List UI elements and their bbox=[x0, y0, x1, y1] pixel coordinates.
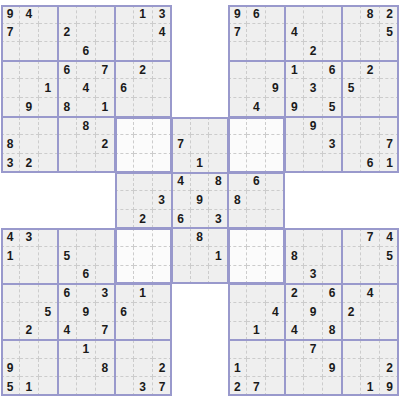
empty-cell-r12c11[interactable] bbox=[209, 228, 228, 247]
empty-cell-r6c12[interactable] bbox=[228, 117, 247, 136]
empty-cell-r8c16[interactable] bbox=[304, 154, 323, 173]
empty-cell-r3c16[interactable] bbox=[304, 61, 323, 80]
empty-cell-r18c14[interactable] bbox=[266, 340, 285, 359]
empty-cell-r1c1[interactable] bbox=[20, 24, 39, 43]
empty-cell-r13c9[interactable] bbox=[172, 247, 191, 266]
empty-cell-r15c1[interactable] bbox=[20, 284, 39, 303]
empty-cell-r8c6[interactable] bbox=[115, 154, 134, 173]
empty-cell-r17c0[interactable] bbox=[1, 322, 20, 341]
empty-cell-r19c7[interactable] bbox=[134, 359, 153, 378]
given-cell-r8c20: 1 bbox=[380, 154, 399, 173]
empty-cell-r17c19[interactable] bbox=[361, 322, 380, 341]
empty-cell-r19c3[interactable] bbox=[58, 359, 77, 378]
empty-cell-r2c18[interactable] bbox=[342, 42, 361, 61]
empty-cell-r7c7[interactable] bbox=[134, 135, 153, 154]
empty-cell-r14c1[interactable] bbox=[20, 266, 39, 285]
empty-cell-r2c6[interactable] bbox=[115, 42, 134, 61]
empty-cell-r6c13[interactable] bbox=[247, 117, 266, 136]
empty-cell-r14c18[interactable] bbox=[342, 266, 361, 285]
empty-cell-r11c10[interactable] bbox=[191, 210, 210, 229]
empty-cell-r5c14[interactable] bbox=[266, 98, 285, 117]
given-cell-r12c20: 4 bbox=[380, 228, 399, 247]
empty-cell-r3c13[interactable] bbox=[247, 61, 266, 80]
empty-cell-r12c13[interactable] bbox=[247, 228, 266, 247]
empty-cell-r4c3[interactable] bbox=[58, 79, 77, 98]
empty-cell-r9c14[interactable] bbox=[266, 173, 285, 192]
empty-cell-r13c4[interactable] bbox=[77, 247, 96, 266]
empty-cell-r18c19[interactable] bbox=[361, 340, 380, 359]
empty-cell-r7c19[interactable] bbox=[361, 135, 380, 154]
empty-cell-r3c6[interactable] bbox=[115, 61, 134, 80]
empty-cell-r12c7[interactable] bbox=[134, 228, 153, 247]
empty-cell-r9c7[interactable] bbox=[134, 173, 153, 192]
empty-cell-r3c0[interactable] bbox=[1, 61, 20, 80]
empty-cell-r1c16[interactable] bbox=[304, 24, 323, 43]
empty-cell-r4c19[interactable] bbox=[361, 79, 380, 98]
empty-cell-r17c20[interactable] bbox=[380, 322, 399, 341]
empty-cell-r5c4[interactable] bbox=[77, 98, 96, 117]
empty-cell-r11c6[interactable] bbox=[115, 210, 134, 229]
empty-cell-r18c8[interactable] bbox=[153, 340, 172, 359]
empty-cell-r0c3[interactable] bbox=[58, 5, 77, 24]
empty-cell-r4c0[interactable] bbox=[1, 79, 20, 98]
empty-cell-r14c5[interactable] bbox=[96, 266, 115, 285]
empty-cell-r17c4[interactable] bbox=[77, 322, 96, 341]
empty-space bbox=[77, 173, 96, 192]
empty-cell-r5c19[interactable] bbox=[361, 98, 380, 117]
empty-cell-r13c7[interactable] bbox=[134, 247, 153, 266]
empty-cell-r4c20[interactable] bbox=[380, 79, 399, 98]
empty-cell-r9c10[interactable] bbox=[191, 173, 210, 192]
empty-cell-r15c18[interactable] bbox=[342, 284, 361, 303]
empty-cell-r20c4[interactable] bbox=[77, 377, 96, 396]
empty-cell-r5c20[interactable] bbox=[380, 98, 399, 117]
empty-cell-r12c2[interactable] bbox=[39, 228, 58, 247]
empty-cell-r14c6[interactable] bbox=[115, 266, 134, 285]
empty-cell-r0c17[interactable] bbox=[323, 5, 342, 24]
empty-cell-r12c16[interactable] bbox=[304, 228, 323, 247]
empty-cell-r6c15[interactable] bbox=[285, 117, 304, 136]
empty-cell-r18c0[interactable] bbox=[1, 340, 20, 359]
empty-cell-r13c6[interactable] bbox=[115, 247, 134, 266]
empty-cell-r0c15[interactable] bbox=[285, 5, 304, 24]
empty-cell-r12c17[interactable] bbox=[323, 228, 342, 247]
empty-cell-r16c3[interactable] bbox=[58, 303, 77, 322]
given-cell-r16c2: 5 bbox=[39, 303, 58, 322]
empty-cell-r18c3[interactable] bbox=[58, 340, 77, 359]
empty-cell-r10c13[interactable] bbox=[247, 191, 266, 210]
empty-cell-r18c2[interactable] bbox=[39, 340, 58, 359]
empty-cell-r6c18[interactable] bbox=[342, 117, 361, 136]
empty-cell-r6c19[interactable] bbox=[361, 117, 380, 136]
empty-cell-r2c1[interactable] bbox=[20, 42, 39, 61]
empty-cell-r20c17[interactable] bbox=[323, 377, 342, 396]
empty-cell-r14c3[interactable] bbox=[58, 266, 77, 285]
empty-cell-r15c12[interactable] bbox=[228, 284, 247, 303]
empty-cell-r8c18[interactable] bbox=[342, 154, 361, 173]
empty-cell-r14c20[interactable] bbox=[380, 266, 399, 285]
empty-cell-r4c7[interactable] bbox=[134, 79, 153, 98]
empty-cell-r14c12[interactable] bbox=[228, 266, 247, 285]
empty-cell-r12c3[interactable] bbox=[58, 228, 77, 247]
empty-cell-r13c5[interactable] bbox=[96, 247, 115, 266]
empty-cell-r13c10[interactable] bbox=[191, 247, 210, 266]
empty-cell-r13c14[interactable] bbox=[266, 247, 285, 266]
empty-cell-r8c7[interactable] bbox=[134, 154, 153, 173]
empty-cell-r16c1[interactable] bbox=[20, 303, 39, 322]
empty-cell-r20c15[interactable] bbox=[285, 377, 304, 396]
empty-cell-r10c14[interactable] bbox=[266, 191, 285, 210]
empty-cell-r17c16[interactable] bbox=[304, 322, 323, 341]
empty-cell-r2c20[interactable] bbox=[380, 42, 399, 61]
empty-cell-r1c7[interactable] bbox=[134, 24, 153, 43]
empty-cell-r10c7[interactable] bbox=[134, 191, 153, 210]
empty-cell-r15c6[interactable] bbox=[115, 284, 134, 303]
empty-cell-r7c6[interactable] bbox=[115, 135, 134, 154]
empty-cell-r3c4[interactable] bbox=[77, 61, 96, 80]
given-cell-r8c19: 6 bbox=[361, 154, 380, 173]
empty-cell-r8c11[interactable] bbox=[209, 154, 228, 173]
given-cell-r0c12: 9 bbox=[228, 5, 247, 24]
empty-cell-r17c7[interactable] bbox=[134, 322, 153, 341]
empty-cell-r8c5[interactable] bbox=[96, 154, 115, 173]
empty-cell-r16c0[interactable] bbox=[1, 303, 20, 322]
empty-cell-r16c12[interactable] bbox=[228, 303, 247, 322]
empty-cell-r6c6[interactable] bbox=[115, 117, 134, 136]
empty-cell-r18c7[interactable] bbox=[134, 340, 153, 359]
empty-cell-r0c16[interactable] bbox=[304, 5, 323, 24]
empty-cell-r17c2[interactable] bbox=[39, 322, 58, 341]
empty-cell-r13c16[interactable] bbox=[304, 247, 323, 266]
given-cell-r17c1: 2 bbox=[20, 322, 39, 341]
empty-space bbox=[380, 173, 399, 192]
empty-cell-r19c6[interactable] bbox=[115, 359, 134, 378]
empty-cell-r12c4[interactable] bbox=[77, 228, 96, 247]
empty-cell-r3c20[interactable] bbox=[380, 61, 399, 80]
empty-cell-r20c18[interactable] bbox=[342, 377, 361, 396]
empty-cell-r16c5[interactable] bbox=[96, 303, 115, 322]
empty-cell-r14c19[interactable] bbox=[361, 266, 380, 285]
empty-cell-r1c17[interactable] bbox=[323, 24, 342, 43]
empty-cell-r13c8[interactable] bbox=[153, 247, 172, 266]
empty-cell-r13c2[interactable] bbox=[39, 247, 58, 266]
given-cell-r7c9: 7 bbox=[172, 135, 191, 154]
empty-cell-r2c12[interactable] bbox=[228, 42, 247, 61]
empty-cell-r18c18[interactable] bbox=[342, 340, 361, 359]
empty-space bbox=[39, 173, 58, 192]
empty-cell-r6c8[interactable] bbox=[153, 117, 172, 136]
empty-space bbox=[96, 191, 115, 210]
empty-cell-r11c12[interactable] bbox=[228, 210, 247, 229]
empty-cell-r19c13[interactable] bbox=[247, 359, 266, 378]
empty-cell-r16c15[interactable] bbox=[285, 303, 304, 322]
empty-cell-r6c2[interactable] bbox=[39, 117, 58, 136]
empty-cell-r0c14[interactable] bbox=[266, 5, 285, 24]
empty-cell-r15c4[interactable] bbox=[77, 284, 96, 303]
empty-cell-r3c12[interactable] bbox=[228, 61, 247, 80]
empty-cell-r1c19[interactable] bbox=[361, 24, 380, 43]
empty-cell-r2c15[interactable] bbox=[285, 42, 304, 61]
empty-cell-r14c13[interactable] bbox=[247, 266, 266, 285]
empty-cell-r4c15[interactable] bbox=[285, 79, 304, 98]
empty-cell-r12c6[interactable] bbox=[115, 228, 134, 247]
given-cell-r19c0: 9 bbox=[1, 359, 20, 378]
empty-cell-r7c18[interactable] bbox=[342, 135, 361, 154]
empty-cell-r18c15[interactable] bbox=[285, 340, 304, 359]
empty-cell-r16c13[interactable] bbox=[247, 303, 266, 322]
empty-cell-r5c7[interactable] bbox=[134, 98, 153, 117]
empty-cell-r15c8[interactable] bbox=[153, 284, 172, 303]
empty-cell-r16c7[interactable] bbox=[134, 303, 153, 322]
empty-cell-r4c13[interactable] bbox=[247, 79, 266, 98]
empty-cell-r20c5[interactable] bbox=[96, 377, 115, 396]
empty-cell-r5c6[interactable] bbox=[115, 98, 134, 117]
empty-space bbox=[209, 42, 228, 61]
empty-cell-r6c3[interactable] bbox=[58, 117, 77, 136]
empty-cell-r13c13[interactable] bbox=[247, 247, 266, 266]
empty-cell-r7c8[interactable] bbox=[153, 135, 172, 154]
empty-cell-r7c16[interactable] bbox=[304, 135, 323, 154]
empty-cell-r19c15[interactable] bbox=[285, 359, 304, 378]
empty-cell-r8c13[interactable] bbox=[247, 154, 266, 173]
empty-cell-r6c5[interactable] bbox=[96, 117, 115, 136]
empty-cell-r3c8[interactable] bbox=[153, 61, 172, 80]
empty-cell-r12c5[interactable] bbox=[96, 228, 115, 247]
empty-cell-r15c20[interactable] bbox=[380, 284, 399, 303]
empty-cell-r14c8[interactable] bbox=[153, 266, 172, 285]
empty-cell-r2c5[interactable] bbox=[96, 42, 115, 61]
empty-cell-r19c2[interactable] bbox=[39, 359, 58, 378]
empty-cell-r20c2[interactable] bbox=[39, 377, 58, 396]
empty-cell-r14c10[interactable] bbox=[191, 266, 210, 285]
given-cell-r20c7: 3 bbox=[134, 377, 153, 396]
empty-cell-r12c18[interactable] bbox=[342, 228, 361, 247]
empty-cell-r0c2[interactable] bbox=[39, 5, 58, 24]
given-cell-r15c17: 6 bbox=[323, 284, 342, 303]
empty-cell-r4c17[interactable] bbox=[323, 79, 342, 98]
empty-cell-r7c11[interactable] bbox=[209, 135, 228, 154]
empty-cell-r2c2[interactable] bbox=[39, 42, 58, 61]
empty-cell-r2c8[interactable] bbox=[153, 42, 172, 61]
empty-space bbox=[191, 303, 210, 322]
empty-cell-r19c19[interactable] bbox=[361, 359, 380, 378]
given-cell-r1c0: 7 bbox=[1, 24, 20, 43]
empty-space bbox=[172, 61, 191, 80]
empty-cell-r2c13[interactable] bbox=[247, 42, 266, 61]
empty-cell-r0c5[interactable] bbox=[96, 5, 115, 24]
given-cell-r20c1: 1 bbox=[20, 377, 39, 396]
empty-cell-r18c20[interactable] bbox=[380, 340, 399, 359]
empty-cell-r18c17[interactable] bbox=[323, 340, 342, 359]
empty-cell-r0c6[interactable] bbox=[115, 5, 134, 24]
empty-cell-r0c4[interactable] bbox=[77, 5, 96, 24]
empty-cell-r20c14[interactable] bbox=[266, 377, 285, 396]
empty-cell-r1c4[interactable] bbox=[77, 24, 96, 43]
empty-cell-r20c3[interactable] bbox=[58, 377, 77, 396]
empty-cell-r14c14[interactable] bbox=[266, 266, 285, 285]
empty-space bbox=[191, 5, 210, 24]
empty-cell-r12c15[interactable] bbox=[285, 228, 304, 247]
empty-cell-r7c14[interactable] bbox=[266, 135, 285, 154]
empty-cell-r18c1[interactable] bbox=[20, 340, 39, 359]
empty-cell-r18c13[interactable] bbox=[247, 340, 266, 359]
empty-cell-r1c6[interactable] bbox=[115, 24, 134, 43]
empty-cell-r5c12[interactable] bbox=[228, 98, 247, 117]
given-cell-r19c8: 2 bbox=[153, 359, 172, 378]
empty-cell-r15c2[interactable] bbox=[39, 284, 58, 303]
empty-cell-r6c1[interactable] bbox=[20, 117, 39, 136]
empty-cell-r8c9[interactable] bbox=[172, 154, 191, 173]
empty-cell-r19c16[interactable] bbox=[304, 359, 323, 378]
empty-cell-r5c8[interactable] bbox=[153, 98, 172, 117]
empty-cell-r14c15[interactable] bbox=[285, 266, 304, 285]
empty-cell-r7c3[interactable] bbox=[58, 135, 77, 154]
empty-space bbox=[172, 98, 191, 117]
empty-cell-r7c15[interactable] bbox=[285, 135, 304, 154]
empty-cell-r1c14[interactable] bbox=[266, 24, 285, 43]
empty-cell-r14c9[interactable] bbox=[172, 266, 191, 285]
empty-cell-r15c13[interactable] bbox=[247, 284, 266, 303]
empty-cell-r18c6[interactable] bbox=[115, 340, 134, 359]
empty-space bbox=[58, 173, 77, 192]
empty-cell-r8c12[interactable] bbox=[228, 154, 247, 173]
empty-cell-r11c8[interactable] bbox=[153, 210, 172, 229]
empty-cell-r6c11[interactable] bbox=[209, 117, 228, 136]
empty-cell-r8c2[interactable] bbox=[39, 154, 58, 173]
empty-cell-r5c18[interactable] bbox=[342, 98, 361, 117]
empty-cell-r12c12[interactable] bbox=[228, 228, 247, 247]
empty-cell-r16c20[interactable] bbox=[380, 303, 399, 322]
empty-cell-r2c3[interactable] bbox=[58, 42, 77, 61]
empty-cell-r4c5[interactable] bbox=[96, 79, 115, 98]
empty-cell-r3c1[interactable] bbox=[20, 61, 39, 80]
empty-cell-r14c11[interactable] bbox=[209, 266, 228, 285]
empty-cell-r19c1[interactable] bbox=[20, 359, 39, 378]
empty-cell-r6c7[interactable] bbox=[134, 117, 153, 136]
empty-cell-r16c8[interactable] bbox=[153, 303, 172, 322]
empty-cell-r7c4[interactable] bbox=[77, 135, 96, 154]
empty-cell-r17c8[interactable] bbox=[153, 322, 172, 341]
empty-cell-r18c12[interactable] bbox=[228, 340, 247, 359]
empty-cell-r13c19[interactable] bbox=[361, 247, 380, 266]
empty-cell-r3c14[interactable] bbox=[266, 61, 285, 80]
given-cell-r16c4: 9 bbox=[77, 303, 96, 322]
empty-cell-r15c14[interactable] bbox=[266, 284, 285, 303]
empty-cell-r7c13[interactable] bbox=[247, 135, 266, 154]
empty-cell-r4c8[interactable] bbox=[153, 79, 172, 98]
empty-cell-r7c10[interactable] bbox=[191, 135, 210, 154]
empty-cell-r6c0[interactable] bbox=[1, 117, 20, 136]
empty-cell-r16c19[interactable] bbox=[361, 303, 380, 322]
empty-cell-r9c8[interactable] bbox=[153, 173, 172, 192]
empty-cell-r17c18[interactable] bbox=[342, 322, 361, 341]
empty-cell-r1c13[interactable] bbox=[247, 24, 266, 43]
empty-cell-r11c14[interactable] bbox=[266, 210, 285, 229]
empty-cell-r0c18[interactable] bbox=[342, 5, 361, 24]
empty-cell-r6c10[interactable] bbox=[191, 117, 210, 136]
empty-cell-r10c9[interactable] bbox=[172, 191, 191, 210]
empty-space bbox=[172, 5, 191, 24]
empty-cell-r9c6[interactable] bbox=[115, 173, 134, 192]
empty-cell-r4c1[interactable] bbox=[20, 79, 39, 98]
empty-cell-r8c15[interactable] bbox=[285, 154, 304, 173]
empty-cell-r15c16[interactable] bbox=[304, 284, 323, 303]
empty-cell-r6c14[interactable] bbox=[266, 117, 285, 136]
empty-cell-r13c1[interactable] bbox=[20, 247, 39, 266]
empty-cell-r5c0[interactable] bbox=[1, 98, 20, 117]
empty-cell-r10c11[interactable] bbox=[209, 191, 228, 210]
empty-cell-r14c7[interactable] bbox=[134, 266, 153, 285]
empty-cell-r17c12[interactable] bbox=[228, 322, 247, 341]
empty-cell-r13c12[interactable] bbox=[228, 247, 247, 266]
empty-cell-r17c14[interactable] bbox=[266, 322, 285, 341]
empty-cell-r2c17[interactable] bbox=[323, 42, 342, 61]
empty-cell-r15c0[interactable] bbox=[1, 284, 20, 303]
empty-cell-r20c6[interactable] bbox=[115, 377, 134, 396]
empty-cell-r8c4[interactable] bbox=[77, 154, 96, 173]
empty-cell-r8c17[interactable] bbox=[323, 154, 342, 173]
given-cell-r17c17: 8 bbox=[323, 322, 342, 341]
empty-cell-r7c1[interactable] bbox=[20, 135, 39, 154]
given-cell-r20c20: 9 bbox=[380, 377, 399, 396]
empty-cell-r8c8[interactable] bbox=[153, 154, 172, 173]
empty-cell-r9c12[interactable] bbox=[228, 173, 247, 192]
empty-cell-r18c5[interactable] bbox=[96, 340, 115, 359]
empty-cell-r4c12[interactable] bbox=[228, 79, 247, 98]
empty-cell-r19c4[interactable] bbox=[77, 359, 96, 378]
empty-cell-r10c6[interactable] bbox=[115, 191, 134, 210]
empty-cell-r5c16[interactable] bbox=[304, 98, 323, 117]
given-cell-r19c5: 8 bbox=[96, 359, 115, 378]
empty-cell-r19c14[interactable] bbox=[266, 359, 285, 378]
empty-cell-r13c17[interactable] bbox=[323, 247, 342, 266]
empty-cell-r1c18[interactable] bbox=[342, 24, 361, 43]
empty-cell-r1c2[interactable] bbox=[39, 24, 58, 43]
empty-cell-r14c0[interactable] bbox=[1, 266, 20, 285]
empty-cell-r13c18[interactable] bbox=[342, 247, 361, 266]
empty-cell-r7c12[interactable] bbox=[228, 135, 247, 154]
empty-cell-r8c3[interactable] bbox=[58, 154, 77, 173]
empty-cell-r6c20[interactable] bbox=[380, 117, 399, 136]
empty-cell-r2c0[interactable] bbox=[1, 42, 20, 61]
empty-cell-r2c19[interactable] bbox=[361, 42, 380, 61]
empty-cell-r14c2[interactable] bbox=[39, 266, 58, 285]
empty-cell-r19c18[interactable] bbox=[342, 359, 361, 378]
empty-space bbox=[191, 79, 210, 98]
empty-cell-r1c5[interactable] bbox=[96, 24, 115, 43]
given-cell-r20c13: 7 bbox=[247, 377, 266, 396]
empty-cell-r12c9[interactable] bbox=[172, 228, 191, 247]
empty-cell-r5c2[interactable] bbox=[39, 98, 58, 117]
empty-cell-r2c7[interactable] bbox=[134, 42, 153, 61]
empty-cell-r6c17[interactable] bbox=[323, 117, 342, 136]
empty-cell-r14c17[interactable] bbox=[323, 266, 342, 285]
empty-cell-r8c14[interactable] bbox=[266, 154, 285, 173]
empty-cell-r20c16[interactable] bbox=[304, 377, 323, 396]
empty-cell-r12c8[interactable] bbox=[153, 228, 172, 247]
empty-cell-r12c14[interactable] bbox=[266, 228, 285, 247]
empty-cell-r6c9[interactable] bbox=[172, 117, 191, 136]
empty-cell-r16c17[interactable] bbox=[323, 303, 342, 322]
empty-cell-r3c2[interactable] bbox=[39, 61, 58, 80]
empty-cell-r11c13[interactable] bbox=[247, 210, 266, 229]
empty-cell-r3c18[interactable] bbox=[342, 61, 361, 80]
given-cell-r7c0: 8 bbox=[1, 135, 20, 154]
empty-cell-r7c2[interactable] bbox=[39, 135, 58, 154]
empty-cell-r2c14[interactable] bbox=[266, 42, 285, 61]
empty-space bbox=[209, 61, 228, 80]
empty-cell-r17c6[interactable] bbox=[115, 322, 134, 341]
